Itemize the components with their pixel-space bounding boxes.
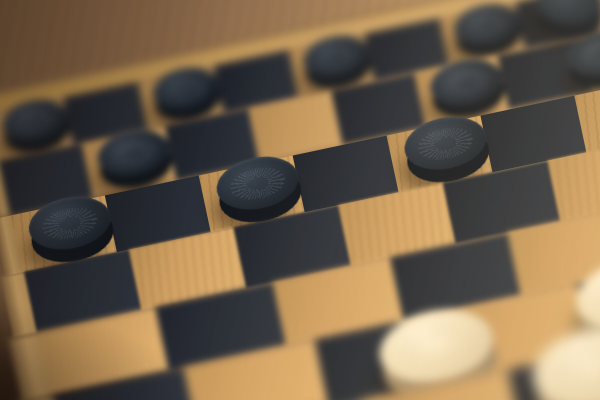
dark-checker-offboard[interactable] [538,0,600,36]
checkers-photo-scene [0,0,600,400]
